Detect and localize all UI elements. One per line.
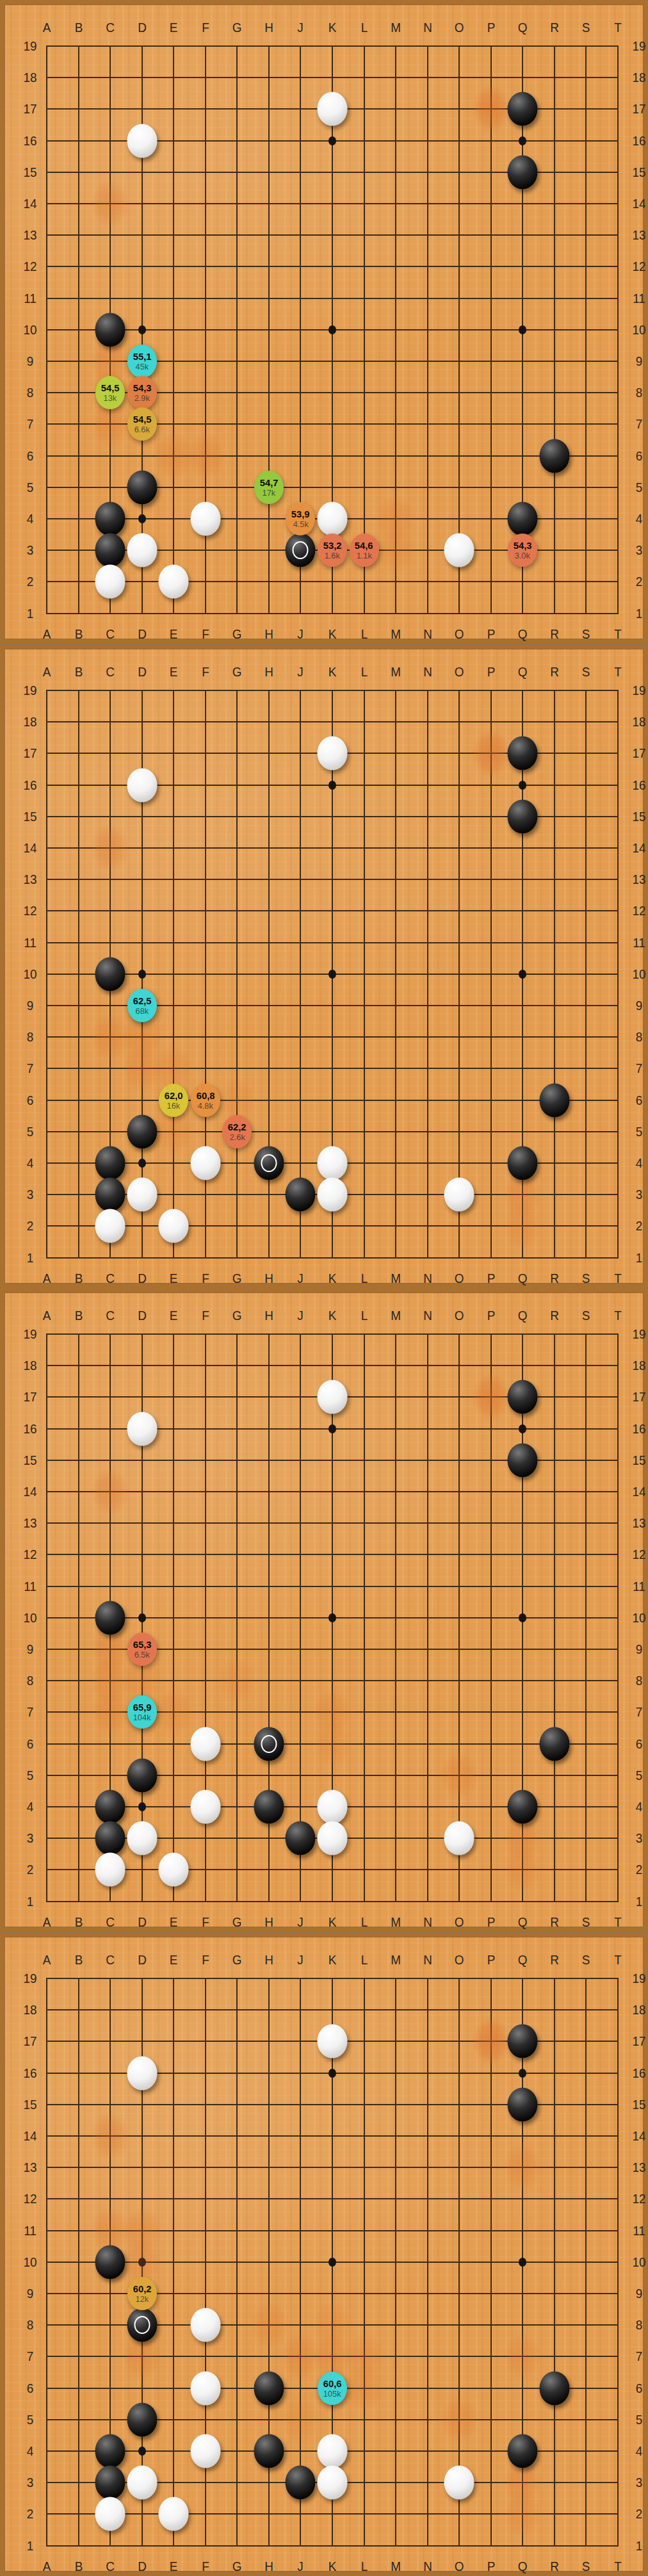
column-label: C bbox=[106, 1271, 115, 1286]
grid-line-v bbox=[458, 690, 460, 1259]
white-stone bbox=[190, 2371, 220, 2405]
column-label: B bbox=[74, 2559, 83, 2574]
row-label: 5 bbox=[27, 1768, 34, 1783]
column-label: D bbox=[138, 1271, 147, 1286]
star-point bbox=[328, 2069, 336, 2078]
row-label: 18 bbox=[23, 1358, 36, 1373]
column-label: M bbox=[391, 1952, 401, 1968]
white-stone bbox=[127, 2056, 157, 2090]
row-label: 19 bbox=[632, 683, 645, 698]
white-stone bbox=[317, 502, 347, 536]
heat-blob bbox=[502, 1200, 543, 1251]
black-stone bbox=[254, 1790, 284, 1824]
grid-line-v bbox=[585, 45, 587, 614]
row-label: 12 bbox=[632, 2191, 645, 2206]
visits-text: 105k bbox=[323, 2389, 341, 2399]
row-label: 16 bbox=[23, 133, 36, 149]
grid-line-v bbox=[78, 45, 79, 614]
black-stone bbox=[254, 2434, 284, 2468]
row-label: 9 bbox=[27, 998, 34, 1013]
row-label: 11 bbox=[24, 1579, 36, 1594]
grid-line-v bbox=[236, 690, 238, 1259]
row-label: 13 bbox=[23, 1515, 36, 1531]
visits-text: 6.5k bbox=[134, 1650, 150, 1659]
move-suggestion[interactable]: 62,568k bbox=[127, 989, 157, 1022]
white-stone bbox=[95, 1853, 126, 1887]
white-stone bbox=[444, 534, 474, 567]
white-stone bbox=[190, 2308, 220, 2342]
row-label: 10 bbox=[632, 966, 645, 982]
column-label: D bbox=[138, 664, 147, 680]
column-label: T bbox=[614, 2559, 622, 2574]
grid-line-v bbox=[427, 1333, 428, 1902]
row-label: 15 bbox=[23, 165, 36, 180]
column-label: Q bbox=[518, 1952, 528, 1968]
heat-blob bbox=[185, 430, 226, 482]
heat-blob bbox=[471, 83, 512, 135]
last-move-marker bbox=[261, 1154, 277, 1172]
visits-text: 3.0k bbox=[515, 551, 530, 560]
grid-line-v bbox=[427, 45, 428, 614]
row-label: 12 bbox=[632, 259, 645, 274]
column-label: P bbox=[487, 1308, 495, 1323]
move-suggestion[interactable]: 60,6105k bbox=[318, 2372, 347, 2405]
row-label: 16 bbox=[632, 133, 645, 149]
column-label: B bbox=[74, 1271, 83, 1286]
row-label: 9 bbox=[636, 998, 643, 1013]
winrate-text: 54,3 bbox=[514, 540, 532, 551]
move-suggestion[interactable]: 65,36.5k bbox=[127, 1633, 157, 1666]
row-label: 6 bbox=[27, 2381, 34, 2396]
column-label: B bbox=[74, 1914, 83, 1930]
black-stone bbox=[127, 1114, 157, 1148]
row-label: 2 bbox=[636, 574, 643, 589]
heat-blob bbox=[90, 1686, 131, 1738]
row-label: 8 bbox=[27, 1673, 34, 1688]
row-label: 19 bbox=[632, 38, 645, 54]
grid-line-v bbox=[395, 690, 396, 1259]
row-label: 14 bbox=[23, 1484, 36, 1499]
heat-blob bbox=[90, 822, 131, 874]
column-label: C bbox=[106, 626, 115, 642]
black-stone bbox=[508, 2434, 538, 2468]
white-stone bbox=[190, 2434, 220, 2468]
grid-line-v bbox=[173, 1333, 174, 1902]
move-suggestion[interactable]: 53,21.6k bbox=[318, 534, 347, 567]
row-label: 2 bbox=[636, 1218, 643, 1234]
column-label: Q bbox=[518, 1271, 528, 1286]
column-label: Q bbox=[518, 20, 528, 35]
grid-line-v bbox=[78, 690, 79, 1259]
grid-line-v bbox=[236, 45, 238, 614]
last-move-marker bbox=[261, 1735, 277, 1753]
row-label: 12 bbox=[23, 2191, 36, 2206]
row-label: 13 bbox=[23, 2160, 36, 2175]
grid-line-v bbox=[617, 45, 619, 614]
white-stone bbox=[95, 1209, 126, 1243]
row-label: 17 bbox=[632, 1389, 645, 1405]
heat-blob bbox=[90, 1466, 131, 1517]
column-label: T bbox=[614, 1914, 622, 1930]
star-point bbox=[519, 781, 526, 790]
last-move-marker bbox=[134, 2316, 150, 2334]
move-suggestion[interactable]: 54,56.6k bbox=[127, 407, 157, 441]
move-suggestion[interactable]: 62,22.6k bbox=[222, 1115, 252, 1148]
row-label: 19 bbox=[632, 1971, 645, 1986]
winrate-text: 65,9 bbox=[133, 1702, 151, 1713]
row-label: 1 bbox=[636, 1894, 643, 1909]
row-label: 14 bbox=[632, 1484, 645, 1499]
row-label: 2 bbox=[27, 2506, 34, 2522]
column-label: M bbox=[391, 20, 401, 35]
grid-line-v bbox=[173, 1978, 174, 2547]
grid-line-v bbox=[173, 690, 174, 1259]
heat-blob bbox=[502, 2142, 543, 2193]
row-label: 9 bbox=[636, 2286, 643, 2301]
row-label: 15 bbox=[23, 809, 36, 824]
row-label: 4 bbox=[636, 511, 643, 526]
move-suggestion[interactable]: 54,717k bbox=[254, 471, 284, 504]
column-label: C bbox=[106, 1914, 115, 1930]
move-suggestion[interactable]: 54,33.0k bbox=[508, 534, 537, 567]
column-label: H bbox=[264, 2559, 273, 2574]
grid-line-v bbox=[617, 690, 619, 1259]
row-label: 10 bbox=[632, 1610, 645, 1626]
heat-blob bbox=[502, 2488, 543, 2539]
white-stone bbox=[317, 2434, 347, 2468]
column-label: E bbox=[170, 2559, 178, 2574]
black-stone bbox=[286, 1822, 316, 1855]
row-label: 5 bbox=[27, 1124, 34, 1139]
row-label: 18 bbox=[632, 714, 645, 730]
row-label: 7 bbox=[27, 2349, 34, 2364]
heat-blob bbox=[90, 178, 131, 229]
column-label: L bbox=[360, 1952, 368, 1968]
column-label: H bbox=[264, 626, 273, 642]
row-label: 4 bbox=[27, 2443, 34, 2459]
grid-line-v bbox=[427, 690, 428, 1259]
move-suggestion[interactable]: 55,145k bbox=[127, 345, 157, 378]
row-label: 10 bbox=[632, 2254, 645, 2270]
column-label: H bbox=[264, 1271, 273, 1286]
black-stone bbox=[95, 1601, 126, 1634]
column-label: T bbox=[614, 664, 622, 680]
row-label: 14 bbox=[23, 2128, 36, 2144]
row-label: 19 bbox=[632, 1326, 645, 1342]
row-label: 13 bbox=[632, 2160, 645, 2175]
column-label: B bbox=[74, 626, 83, 642]
move-suggestion[interactable]: 65,9104k bbox=[127, 1695, 157, 1729]
column-label: B bbox=[74, 664, 83, 680]
row-label: 13 bbox=[632, 872, 645, 887]
visits-text: 13k bbox=[104, 393, 117, 403]
winrate-text: 65,3 bbox=[133, 1639, 151, 1650]
column-label: K bbox=[328, 2559, 337, 2574]
heat-blob bbox=[375, 525, 416, 576]
white-stone bbox=[190, 502, 220, 536]
row-label: 7 bbox=[636, 416, 643, 432]
column-label: J bbox=[298, 20, 304, 35]
column-label: J bbox=[298, 1271, 304, 1286]
grid-line-v bbox=[46, 1978, 47, 2547]
column-label: R bbox=[550, 664, 559, 680]
star-point bbox=[519, 136, 526, 145]
column-label: S bbox=[582, 1271, 590, 1286]
column-label: F bbox=[202, 626, 209, 642]
row-label: 18 bbox=[632, 2002, 645, 2018]
row-label: 10 bbox=[23, 2254, 36, 2270]
column-label: G bbox=[232, 664, 242, 680]
row-label: 18 bbox=[632, 70, 645, 85]
column-label: M bbox=[391, 1308, 401, 1323]
row-label: 6 bbox=[636, 2381, 643, 2396]
move-suggestion[interactable]: 60,212k bbox=[127, 2277, 157, 2310]
column-label: T bbox=[614, 1271, 622, 1286]
grid-line-v bbox=[458, 45, 460, 614]
column-label: R bbox=[550, 1271, 559, 1286]
row-label: 4 bbox=[27, 1155, 34, 1171]
grid-line-v bbox=[554, 690, 555, 1259]
column-label: E bbox=[170, 1914, 178, 1930]
row-label: 10 bbox=[23, 966, 36, 982]
row-label: 12 bbox=[23, 259, 36, 274]
row-label: 13 bbox=[632, 1515, 645, 1531]
column-label: F bbox=[202, 2559, 209, 2574]
column-label: S bbox=[582, 1952, 590, 1968]
column-label: O bbox=[455, 1914, 464, 1930]
row-label: 5 bbox=[636, 480, 643, 495]
row-label: 7 bbox=[636, 1704, 643, 1720]
go-board-2[interactable]: AABBCCDDEEFFGGHHJJKKLLMMNNOOPPQQRRSSTT19… bbox=[0, 644, 648, 1288]
column-label: S bbox=[582, 2559, 590, 2574]
black-stone bbox=[286, 2466, 316, 2500]
row-label: 19 bbox=[23, 683, 36, 698]
row-label: 12 bbox=[23, 903, 36, 918]
row-label: 1 bbox=[636, 2538, 643, 2554]
visits-text: 12k bbox=[135, 2294, 149, 2304]
white-stone bbox=[190, 1727, 220, 1761]
white-stone bbox=[127, 1178, 157, 1212]
black-stone bbox=[127, 2402, 157, 2436]
column-label: R bbox=[550, 1914, 559, 1930]
go-analysis-board-sequence: AABBCCDDEEFFGGHHJJKKLLMMNNOOPPQQRRSSTT19… bbox=[0, 0, 648, 2576]
white-stone bbox=[127, 768, 157, 802]
column-label: O bbox=[455, 20, 464, 35]
column-label: A bbox=[43, 626, 51, 642]
column-label: D bbox=[138, 626, 147, 642]
winrate-text: 62,2 bbox=[228, 1121, 247, 1132]
row-label: 11 bbox=[24, 2223, 36, 2238]
black-stone bbox=[127, 470, 157, 504]
visits-text: 6.6k bbox=[134, 425, 150, 434]
grid-line-v bbox=[364, 690, 365, 1259]
white-stone bbox=[127, 124, 157, 158]
black-stone bbox=[508, 799, 538, 833]
column-label: A bbox=[43, 1952, 51, 1968]
row-label: 5 bbox=[636, 1768, 643, 1783]
black-stone bbox=[508, 1380, 538, 1414]
column-label: S bbox=[582, 20, 590, 35]
heat-blob bbox=[439, 1750, 480, 1801]
grid-line-v bbox=[395, 1978, 396, 2547]
go-board-1[interactable]: AABBCCDDEEFFGGHHJJKKLLMMNNOOPPQQRRSSTT19… bbox=[0, 0, 648, 644]
row-label: 14 bbox=[23, 196, 36, 211]
row-label: 14 bbox=[632, 196, 645, 211]
column-label: K bbox=[328, 20, 337, 35]
column-label: E bbox=[170, 1308, 178, 1323]
row-label: 3 bbox=[27, 1830, 34, 1846]
column-label: Q bbox=[518, 1308, 528, 1323]
black-stone bbox=[95, 534, 126, 567]
move-suggestion[interactable]: 60,84.8k bbox=[191, 1084, 220, 1117]
white-stone bbox=[317, 1146, 347, 1180]
row-label: 13 bbox=[23, 227, 36, 243]
visits-text: 16k bbox=[167, 1101, 181, 1111]
grid-line-v bbox=[236, 1333, 238, 1902]
column-label: K bbox=[328, 1308, 337, 1323]
row-label: 10 bbox=[23, 322, 36, 338]
black-stone bbox=[508, 1146, 538, 1180]
column-label: E bbox=[170, 626, 178, 642]
grid-line-v bbox=[585, 1333, 587, 1902]
column-label: L bbox=[360, 2559, 368, 2574]
column-label: G bbox=[232, 626, 242, 642]
star-point bbox=[328, 781, 336, 790]
visits-text: 4.5k bbox=[293, 519, 308, 529]
winrate-text: 60,6 bbox=[323, 2378, 342, 2389]
white-stone bbox=[317, 1822, 347, 1855]
row-label: 14 bbox=[23, 840, 36, 856]
row-label: 10 bbox=[632, 322, 645, 338]
row-label: 7 bbox=[27, 1704, 34, 1720]
black-stone bbox=[95, 2466, 126, 2500]
white-stone bbox=[127, 1822, 157, 1855]
row-label: 14 bbox=[632, 2128, 645, 2144]
black-stone bbox=[508, 502, 538, 536]
row-label: 1 bbox=[27, 1250, 34, 1266]
winrate-text: 54,6 bbox=[355, 540, 373, 551]
column-label: C bbox=[106, 664, 115, 680]
column-label: C bbox=[106, 1952, 115, 1968]
move-suggestion[interactable]: 62,016k bbox=[159, 1084, 188, 1117]
row-label: 16 bbox=[632, 1421, 645, 1437]
move-suggestion[interactable]: 54,32.9k bbox=[127, 376, 157, 409]
go-board-4[interactable]: AABBCCDDEEFFGGHHJJKKLLMMNNOOPPQQRRSSTT19… bbox=[0, 1932, 648, 2576]
row-label: 16 bbox=[23, 1421, 36, 1437]
column-label: O bbox=[455, 664, 464, 680]
column-label: R bbox=[550, 20, 559, 35]
white-stone bbox=[95, 2497, 126, 2531]
column-label: G bbox=[232, 20, 242, 35]
row-label: 10 bbox=[23, 1610, 36, 1626]
row-label: 17 bbox=[23, 101, 36, 117]
column-label: G bbox=[232, 1271, 242, 1286]
column-label: D bbox=[138, 1914, 147, 1930]
heat-blob bbox=[439, 2394, 480, 2445]
row-label: 7 bbox=[27, 1061, 34, 1076]
row-label: 16 bbox=[632, 778, 645, 793]
column-label: H bbox=[264, 1914, 273, 1930]
star-point bbox=[138, 514, 146, 523]
column-label: K bbox=[328, 664, 337, 680]
star-point bbox=[328, 136, 336, 145]
column-label: T bbox=[614, 1308, 622, 1323]
row-label: 7 bbox=[636, 1061, 643, 1076]
black-stone bbox=[95, 1790, 126, 1824]
move-suggestion[interactable]: 53,94.5k bbox=[286, 502, 315, 535]
column-label: G bbox=[232, 1308, 242, 1323]
grid-line-v bbox=[458, 1978, 460, 2547]
star-point bbox=[328, 325, 336, 334]
row-label: 14 bbox=[632, 840, 645, 856]
row-label: 16 bbox=[632, 2066, 645, 2081]
star-point bbox=[519, 970, 526, 979]
winrate-text: 54,5 bbox=[101, 382, 120, 393]
column-label: S bbox=[582, 664, 590, 680]
row-label: 4 bbox=[27, 511, 34, 526]
white-stone bbox=[127, 1412, 157, 1446]
row-label: 6 bbox=[27, 1093, 34, 1108]
grid-line-v bbox=[458, 1333, 460, 1902]
grid-line-v bbox=[395, 1333, 396, 1902]
white-stone bbox=[127, 534, 157, 567]
grid-line-v bbox=[300, 1333, 301, 1902]
star-point bbox=[328, 1613, 336, 1622]
visits-text: 2.6k bbox=[229, 1132, 245, 1142]
column-label: P bbox=[487, 626, 495, 642]
move-suggestion[interactable]: 54,61.1k bbox=[350, 534, 379, 567]
row-label: 12 bbox=[23, 1547, 36, 1562]
row-label: 17 bbox=[632, 746, 645, 761]
column-label: K bbox=[328, 1271, 337, 1286]
column-label: F bbox=[202, 1308, 209, 1323]
grid-line-v bbox=[300, 690, 301, 1259]
star-point bbox=[519, 2069, 526, 2078]
white-stone bbox=[444, 1822, 474, 1855]
column-label: G bbox=[232, 1914, 242, 1930]
column-label: E bbox=[170, 1952, 178, 1968]
column-label: B bbox=[74, 1952, 83, 1968]
heat-blob bbox=[312, 1718, 353, 1770]
row-label: 4 bbox=[636, 1799, 643, 1814]
grid-line-v bbox=[46, 690, 47, 1259]
black-stone bbox=[95, 2245, 126, 2279]
go-board-3[interactable]: AABBCCDDEEFFGGHHJJKKLLMMNNOOPPQQRRSSTT19… bbox=[0, 1288, 648, 1932]
column-label: Q bbox=[518, 626, 528, 642]
row-label: 3 bbox=[27, 2475, 34, 2490]
row-label: 13 bbox=[23, 872, 36, 887]
row-label: 17 bbox=[632, 2034, 645, 2049]
column-label: T bbox=[614, 1952, 622, 1968]
row-label: 3 bbox=[27, 542, 34, 558]
column-label: J bbox=[298, 1308, 304, 1323]
heat-blob bbox=[471, 2016, 512, 2067]
column-label: K bbox=[328, 1914, 337, 1930]
column-label: L bbox=[360, 1308, 368, 1323]
row-label: 11 bbox=[633, 291, 645, 306]
white-stone bbox=[317, 1178, 347, 1212]
black-stone bbox=[95, 502, 126, 536]
grid-line-v bbox=[46, 1333, 47, 1902]
column-label: R bbox=[550, 1952, 559, 1968]
column-label: C bbox=[106, 2559, 115, 2574]
grid-line-v bbox=[364, 45, 365, 614]
white-stone bbox=[317, 92, 347, 126]
row-label: 2 bbox=[27, 574, 34, 589]
move-suggestion[interactable]: 54,513k bbox=[95, 376, 125, 409]
column-label: G bbox=[232, 1952, 242, 1968]
grid-line-v bbox=[617, 1333, 619, 1902]
